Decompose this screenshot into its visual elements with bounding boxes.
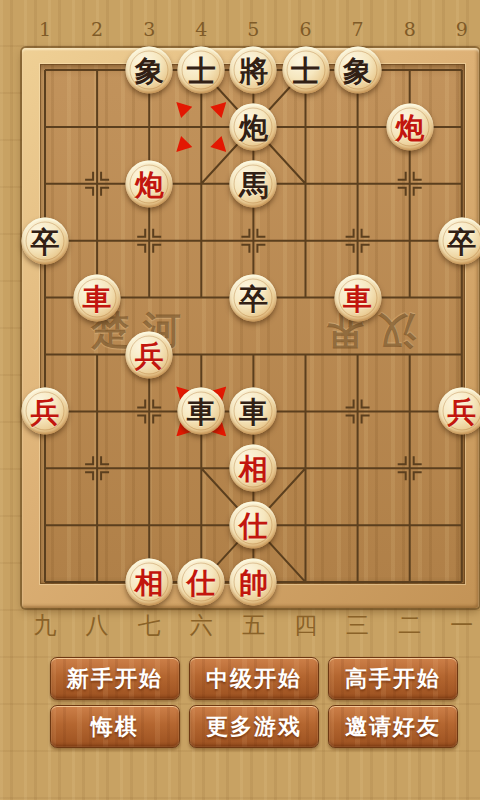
piece-black-elephant[interactable]: 象 bbox=[334, 47, 381, 94]
top-file-label-8: 8 bbox=[404, 18, 416, 40]
bottom-file-labels: 九八七六五四三二一 bbox=[0, 610, 480, 642]
piece-red-soldier[interactable]: 兵 bbox=[126, 331, 173, 378]
top-file-label-3: 3 bbox=[143, 18, 155, 40]
top-file-label-2: 2 bbox=[91, 18, 103, 40]
piece-red-soldier[interactable]: 兵 bbox=[22, 388, 69, 435]
piece-black-soldier[interactable]: 卒 bbox=[438, 217, 480, 264]
undo-move-button[interactable]: 悔棋 bbox=[50, 705, 180, 748]
top-file-label-1: 1 bbox=[39, 18, 51, 40]
piece-black-cannon[interactable]: 炮 bbox=[230, 103, 277, 150]
piece-black-horse[interactable]: 馬 bbox=[230, 160, 277, 207]
piece-red-soldier[interactable]: 兵 bbox=[438, 388, 480, 435]
bottom-file-label-9: 一 bbox=[450, 610, 473, 641]
bottom-file-label-3: 七 bbox=[138, 610, 161, 641]
invite-friends-button[interactable]: 邀请好友 bbox=[328, 705, 458, 748]
piece-black-advisor[interactable]: 士 bbox=[178, 47, 225, 94]
bottom-file-label-7: 三 bbox=[346, 610, 369, 641]
marker-corner-bl bbox=[176, 136, 192, 152]
start-novice-button[interactable]: 新手开始 bbox=[50, 657, 180, 700]
start-master-button[interactable]: 高手开始 bbox=[328, 657, 458, 700]
xiangqi-board[interactable]: 楚河 汉界 象士將士象炮炮炮馬卒卒車卒車兵兵車車兵相仕相仕帥 bbox=[40, 64, 465, 584]
board-frame: 楚河 汉界 象士將士象炮炮炮馬卒卒車卒車兵兵車車兵相仕相仕帥 bbox=[22, 48, 479, 608]
bottom-file-label-1: 九 bbox=[34, 610, 57, 641]
more-games-button[interactable]: 更多游戏 bbox=[189, 705, 319, 748]
piece-red-chariot[interactable]: 車 bbox=[334, 274, 381, 321]
piece-red-advisor[interactable]: 仕 bbox=[178, 559, 225, 606]
piece-red-chariot[interactable]: 車 bbox=[74, 274, 121, 321]
bottom-file-label-4: 六 bbox=[190, 610, 213, 641]
piece-black-chariot[interactable]: 車 bbox=[230, 388, 277, 435]
xiangqi-app-screen: 123456789 楚河 汉界 象士將士象炮炮炮馬卒卒車卒車兵兵車車兵相仕相仕帥… bbox=[0, 0, 480, 800]
bottom-file-label-6: 四 bbox=[294, 610, 317, 641]
piece-black-soldier[interactable]: 卒 bbox=[22, 217, 69, 264]
piece-black-chariot[interactable]: 車 bbox=[178, 388, 225, 435]
marker-corner-tl bbox=[176, 102, 192, 118]
top-file-label-7: 7 bbox=[352, 18, 364, 40]
piece-red-advisor[interactable]: 仕 bbox=[230, 502, 277, 549]
bottom-file-label-8: 二 bbox=[398, 610, 421, 641]
top-file-labels: 123456789 bbox=[0, 18, 480, 42]
piece-red-cannon[interactable]: 炮 bbox=[386, 103, 433, 150]
top-file-label-5: 5 bbox=[247, 18, 259, 40]
piece-black-soldier[interactable]: 卒 bbox=[230, 274, 277, 321]
menu-buttons: 新手开始中级开始高手开始悔棋更多游戏邀请好友 bbox=[50, 657, 460, 748]
piece-black-advisor[interactable]: 士 bbox=[282, 47, 329, 94]
piece-red-general[interactable]: 帥 bbox=[230, 559, 277, 606]
piece-black-elephant[interactable]: 象 bbox=[126, 47, 173, 94]
start-intermediate-button[interactable]: 中级开始 bbox=[189, 657, 319, 700]
bottom-file-label-5: 五 bbox=[242, 610, 265, 641]
piece-red-elephant[interactable]: 相 bbox=[126, 559, 173, 606]
top-file-label-6: 6 bbox=[299, 18, 311, 40]
top-file-label-9: 9 bbox=[456, 18, 468, 40]
bottom-file-label-2: 八 bbox=[86, 610, 109, 641]
marker-corner-tr bbox=[210, 102, 226, 118]
last-move-from-marker bbox=[176, 102, 226, 152]
piece-black-general[interactable]: 將 bbox=[230, 47, 277, 94]
marker-corner-br bbox=[210, 136, 226, 152]
piece-red-cannon[interactable]: 炮 bbox=[126, 160, 173, 207]
piece-red-elephant[interactable]: 相 bbox=[230, 445, 277, 492]
top-file-label-4: 4 bbox=[195, 18, 207, 40]
